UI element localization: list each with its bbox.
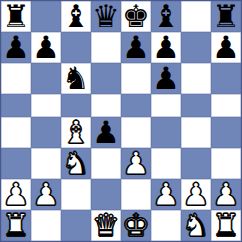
- piece-white-bishop[interactable]: ♝: [62, 117, 90, 148]
- square-e4[interactable]: [121, 117, 151, 148]
- piece-white-pawn[interactable]: ♟: [182, 179, 210, 210]
- piece-black-pawn[interactable]: ♟: [92, 117, 120, 148]
- square-c2[interactable]: [61, 179, 91, 210]
- piece-white-queen[interactable]: ♛: [92, 210, 120, 241]
- piece-white-king[interactable]: ♚: [122, 210, 150, 241]
- piece-white-knight[interactable]: ♞: [182, 210, 210, 241]
- square-b5[interactable]: [31, 94, 61, 117]
- square-b3[interactable]: [31, 148, 61, 179]
- square-a2[interactable]: ♟: [1, 179, 31, 210]
- square-h6[interactable]: [211, 63, 241, 94]
- square-e5[interactable]: [121, 94, 151, 117]
- square-f2[interactable]: ♟: [151, 179, 181, 210]
- square-d3[interactable]: [91, 148, 121, 179]
- square-c4[interactable]: ♝: [61, 117, 91, 148]
- square-a5[interactable]: [1, 94, 31, 117]
- square-d7[interactable]: [91, 32, 121, 63]
- chess-board: ♜♝♛♚♝♜♟♟♟♟♟♞♟♝♟♞♟♟♟♟♟♟♜♛♚♞♜: [0, 0, 242, 242]
- square-c6[interactable]: ♞: [61, 63, 91, 94]
- piece-white-pawn[interactable]: ♟: [32, 179, 60, 210]
- square-e3[interactable]: ♟: [121, 148, 151, 179]
- piece-black-pawn[interactable]: ♟: [152, 32, 180, 63]
- square-d4[interactable]: ♟: [91, 117, 121, 148]
- piece-white-pawn[interactable]: ♟: [212, 179, 240, 210]
- square-f3[interactable]: [151, 148, 181, 179]
- square-h7[interactable]: ♟: [211, 32, 241, 63]
- piece-white-rook[interactable]: ♜: [212, 210, 240, 241]
- square-b1[interactable]: [31, 210, 61, 241]
- piece-black-bishop[interactable]: ♝: [152, 1, 180, 32]
- square-d1[interactable]: ♛: [91, 210, 121, 241]
- piece-black-rook[interactable]: ♜: [2, 1, 30, 32]
- square-d2[interactable]: [91, 179, 121, 210]
- square-g1[interactable]: ♞: [181, 210, 211, 241]
- piece-black-bishop[interactable]: ♝: [62, 1, 90, 32]
- square-e6[interactable]: [121, 63, 151, 94]
- square-h3[interactable]: [211, 148, 241, 179]
- square-f6[interactable]: ♟: [151, 63, 181, 94]
- square-f5[interactable]: [151, 94, 181, 117]
- piece-white-rook[interactable]: ♜: [2, 210, 30, 241]
- square-g7[interactable]: [181, 32, 211, 63]
- square-c1[interactable]: [61, 210, 91, 241]
- piece-black-rook[interactable]: ♜: [212, 1, 240, 32]
- square-h8[interactable]: ♜: [211, 1, 241, 32]
- piece-black-knight[interactable]: ♞: [62, 63, 90, 94]
- piece-black-pawn[interactable]: ♟: [2, 32, 30, 63]
- square-d6[interactable]: [91, 63, 121, 94]
- square-c8[interactable]: ♝: [61, 1, 91, 32]
- square-f4[interactable]: [151, 117, 181, 148]
- piece-black-queen[interactable]: ♛: [92, 1, 120, 32]
- square-b7[interactable]: ♟: [31, 32, 61, 63]
- square-b2[interactable]: ♟: [31, 179, 61, 210]
- square-h5[interactable]: [211, 94, 241, 117]
- square-g2[interactable]: ♟: [181, 179, 211, 210]
- square-d8[interactable]: ♛: [91, 1, 121, 32]
- square-g4[interactable]: [181, 117, 211, 148]
- square-g5[interactable]: [181, 94, 211, 117]
- square-c3[interactable]: ♞: [61, 148, 91, 179]
- piece-white-knight[interactable]: ♞: [62, 148, 90, 179]
- square-h4[interactable]: [211, 117, 241, 148]
- piece-black-pawn[interactable]: ♟: [152, 63, 180, 94]
- square-b6[interactable]: [31, 63, 61, 94]
- square-a1[interactable]: ♜: [1, 210, 31, 241]
- square-f8[interactable]: ♝: [151, 1, 181, 32]
- square-g3[interactable]: [181, 148, 211, 179]
- square-f1[interactable]: [151, 210, 181, 241]
- square-b4[interactable]: [31, 117, 61, 148]
- square-h2[interactable]: ♟: [211, 179, 241, 210]
- square-g8[interactable]: [181, 1, 211, 32]
- square-f7[interactable]: ♟: [151, 32, 181, 63]
- piece-white-pawn[interactable]: ♟: [2, 179, 30, 210]
- piece-black-pawn[interactable]: ♟: [122, 32, 150, 63]
- square-e8[interactable]: ♚: [121, 1, 151, 32]
- square-a6[interactable]: [1, 63, 31, 94]
- square-h1[interactable]: ♜: [211, 210, 241, 241]
- square-e7[interactable]: ♟: [121, 32, 151, 63]
- piece-black-king[interactable]: ♚: [122, 1, 150, 32]
- piece-white-pawn[interactable]: ♟: [152, 179, 180, 210]
- square-a4[interactable]: [1, 117, 31, 148]
- piece-white-pawn[interactable]: ♟: [122, 148, 150, 179]
- square-g6[interactable]: [181, 63, 211, 94]
- square-b8[interactable]: [31, 1, 61, 32]
- piece-black-pawn[interactable]: ♟: [32, 32, 60, 63]
- piece-black-pawn[interactable]: ♟: [212, 32, 240, 63]
- square-c7[interactable]: [61, 32, 91, 63]
- square-a7[interactable]: ♟: [1, 32, 31, 63]
- square-a3[interactable]: [1, 148, 31, 179]
- square-a8[interactable]: ♜: [1, 1, 31, 32]
- square-e1[interactable]: ♚: [121, 210, 151, 241]
- square-e2[interactable]: [121, 179, 151, 210]
